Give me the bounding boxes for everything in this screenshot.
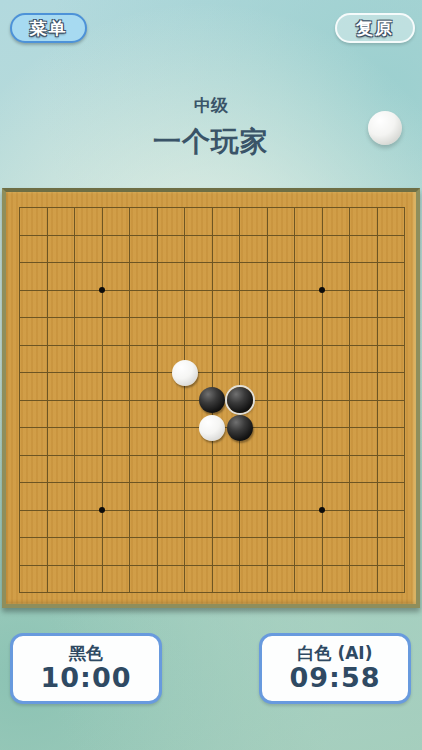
star-point [319, 287, 325, 293]
star-point [99, 507, 105, 513]
white-timer-card: 白色 (AI) 09:58 [259, 633, 411, 704]
white-timer-time: 09:58 [290, 663, 381, 693]
board-grid[interactable] [19, 207, 405, 593]
black-stone-last-move [227, 387, 253, 413]
mode-title: 一个玩家 [0, 123, 422, 161]
white-stone [199, 415, 225, 441]
star-point [319, 507, 325, 513]
black-timer-card: 黑色 10:00 [10, 633, 162, 704]
star-point [99, 287, 105, 293]
white-turn-indicator-stone [368, 111, 402, 145]
game-screen: 菜单 复原 中级 一个玩家 黑色 10:00 白色 (AI) 09:58 [0, 0, 422, 750]
difficulty-label: 中级 [0, 94, 422, 117]
undo-button[interactable]: 复原 [335, 13, 415, 43]
gomoku-board[interactable] [2, 188, 420, 608]
black-timer-label: 黑色 [69, 644, 103, 664]
menu-button[interactable]: 菜单 [10, 13, 87, 43]
black-timer-time: 10:00 [41, 663, 132, 693]
white-timer-label: 白色 (AI) [298, 644, 373, 664]
white-stone [172, 360, 198, 386]
black-stone [199, 387, 225, 413]
black-stone [227, 415, 253, 441]
